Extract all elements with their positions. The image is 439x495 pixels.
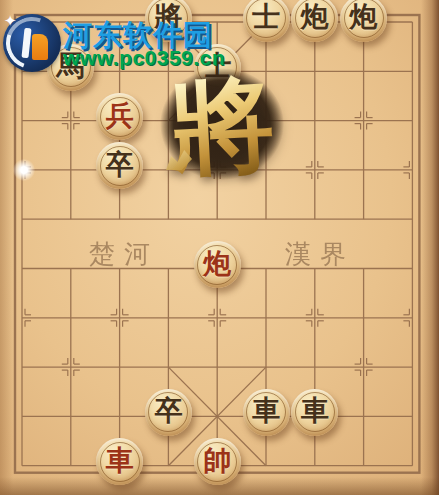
- check-stamp-glyph: 將: [167, 71, 276, 180]
- piece-black-soldier[interactable]: 卒: [145, 389, 192, 436]
- piece-red-cannon[interactable]: 炮: [194, 241, 241, 288]
- piece-glyph: 兵: [106, 102, 134, 130]
- board-edge-right: [421, 0, 439, 495]
- piece-glyph: 車: [301, 397, 329, 425]
- move-indicator-dot: [13, 159, 35, 181]
- board-edge-left: [0, 0, 13, 495]
- piece-glyph: 炮: [301, 3, 329, 31]
- logo-star-icon: ✦: [4, 12, 17, 30]
- piece-glyph: 卒: [154, 397, 182, 425]
- piece-red-chariot[interactable]: 車: [96, 438, 143, 485]
- piece-glyph: 車: [252, 397, 280, 425]
- piece-glyph: 卒: [106, 151, 134, 179]
- piece-black-chariot[interactable]: 車: [243, 389, 290, 436]
- piece-glyph: 炮: [350, 3, 378, 31]
- piece-glyph: 士: [252, 3, 280, 31]
- xiangqi-game-screen: 楚河 漢界 將士炮炮馬士兵卒炮卒車車車帥 將 ✦ 河东软件园 www.pc035…: [0, 0, 439, 495]
- check-stamp: 將: [160, 68, 284, 180]
- watermark-site-url: www.pc0359.cn: [63, 46, 225, 70]
- river-label-left: 楚河: [89, 239, 159, 269]
- piece-glyph: 帥: [203, 447, 231, 475]
- piece-glyph: 炮: [203, 250, 231, 278]
- piece-red-general[interactable]: 帥: [194, 438, 241, 485]
- river-label-right: 漢界: [285, 239, 355, 269]
- piece-red-soldier[interactable]: 兵: [96, 93, 143, 140]
- logo-orange-bar: [32, 34, 48, 60]
- site-logo-icon: ✦: [3, 14, 61, 72]
- piece-black-advisor[interactable]: 士: [243, 0, 290, 42]
- piece-black-chariot[interactable]: 車: [291, 389, 338, 436]
- piece-glyph: 車: [106, 447, 134, 475]
